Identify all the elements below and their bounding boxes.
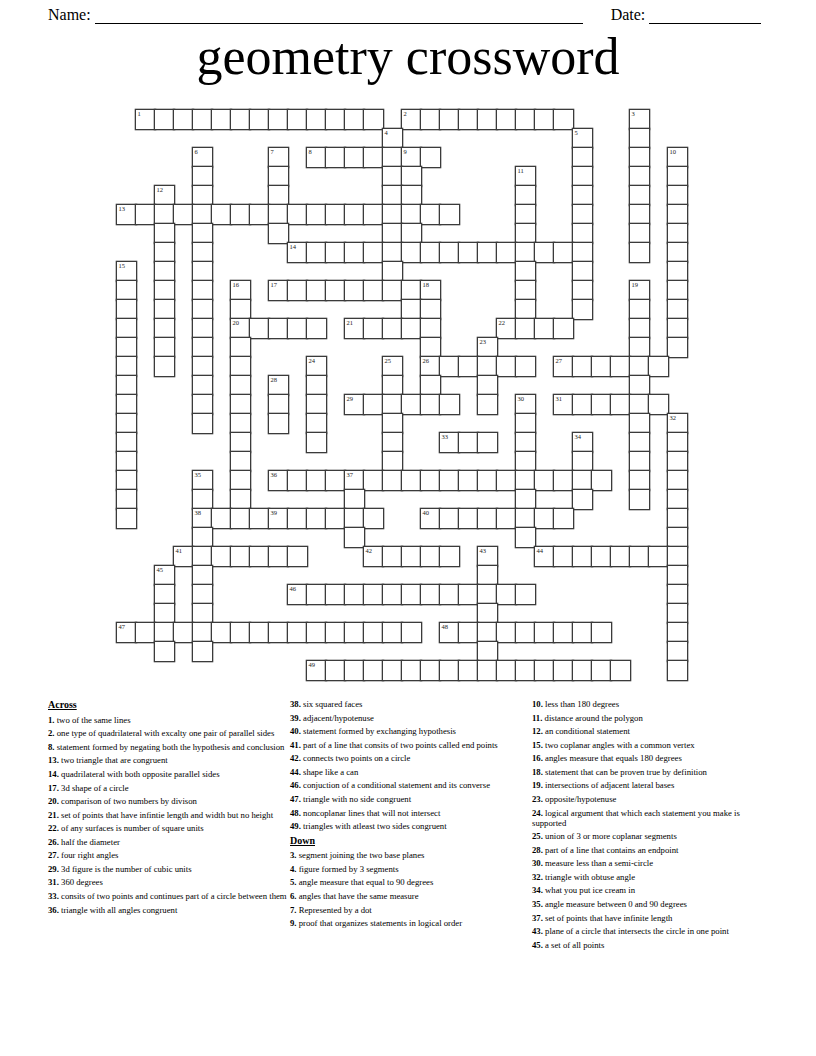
grid-cell[interactable]: [117, 490, 136, 509]
grid-cell[interactable]: 16: [231, 281, 250, 300]
grid-cell[interactable]: [668, 281, 687, 300]
grid-cell[interactable]: [231, 338, 250, 357]
grid-cell[interactable]: [250, 623, 269, 642]
grid-cell[interactable]: [421, 395, 440, 414]
grid-cell[interactable]: 47: [117, 623, 136, 642]
grid-cell[interactable]: [383, 414, 402, 433]
grid-cell[interactable]: [174, 623, 193, 642]
grid-cell[interactable]: [231, 471, 250, 490]
grid-cell[interactable]: [421, 148, 440, 167]
grid-cell[interactable]: 43: [478, 547, 497, 566]
grid-cell[interactable]: [174, 205, 193, 224]
grid-cell[interactable]: [497, 623, 516, 642]
grid-cell[interactable]: [231, 376, 250, 395]
grid-cell[interactable]: [345, 585, 364, 604]
grid-cell[interactable]: 24: [307, 357, 326, 376]
grid-cell[interactable]: [535, 319, 554, 338]
grid-cell[interactable]: [383, 205, 402, 224]
grid-cell[interactable]: [193, 566, 212, 585]
grid-cell[interactable]: [326, 281, 345, 300]
grid-cell[interactable]: [516, 186, 535, 205]
grid-cell[interactable]: [193, 243, 212, 262]
grid-cell[interactable]: [497, 471, 516, 490]
grid-cell[interactable]: [288, 319, 307, 338]
grid-cell[interactable]: [592, 547, 611, 566]
grid-cell[interactable]: [668, 509, 687, 528]
grid-cell[interactable]: [630, 167, 649, 186]
grid-cell[interactable]: [573, 490, 592, 509]
grid-cell[interactable]: [497, 243, 516, 262]
grid-cell[interactable]: 40: [421, 509, 440, 528]
grid-cell[interactable]: [364, 471, 383, 490]
grid-cell[interactable]: [212, 623, 231, 642]
grid-cell[interactable]: [630, 205, 649, 224]
grid-cell[interactable]: [193, 585, 212, 604]
grid-cell[interactable]: [630, 186, 649, 205]
grid-cell[interactable]: [459, 509, 478, 528]
grid-cell[interactable]: [231, 110, 250, 129]
grid-cell[interactable]: [193, 262, 212, 281]
grid-cell[interactable]: 22: [497, 319, 516, 338]
grid-cell[interactable]: [174, 110, 193, 129]
grid-cell[interactable]: [193, 300, 212, 319]
grid-cell[interactable]: [459, 357, 478, 376]
grid-cell[interactable]: [459, 585, 478, 604]
grid-cell[interactable]: [269, 319, 288, 338]
grid-cell[interactable]: [478, 623, 497, 642]
grid-cell[interactable]: 1: [136, 110, 155, 129]
grid-cell[interactable]: [516, 262, 535, 281]
grid-cell[interactable]: 25: [383, 357, 402, 376]
grid-cell[interactable]: [288, 547, 307, 566]
grid-cell[interactable]: 45: [155, 566, 174, 585]
grid-cell[interactable]: [630, 452, 649, 471]
grid-cell[interactable]: [269, 205, 288, 224]
grid-cell[interactable]: [155, 642, 174, 661]
grid-cell[interactable]: [573, 205, 592, 224]
grid-cell[interactable]: [649, 395, 668, 414]
grid-cell[interactable]: [573, 262, 592, 281]
grid-cell[interactable]: [497, 509, 516, 528]
grid-cell[interactable]: [573, 300, 592, 319]
grid-cell[interactable]: 39: [269, 509, 288, 528]
grid-cell[interactable]: [592, 357, 611, 376]
grid-cell[interactable]: [402, 319, 421, 338]
grid-cell[interactable]: [155, 224, 174, 243]
grid-cell[interactable]: [269, 167, 288, 186]
grid-cell[interactable]: [402, 224, 421, 243]
grid-cell[interactable]: [383, 376, 402, 395]
grid-cell[interactable]: [269, 623, 288, 642]
grid-cell[interactable]: [117, 376, 136, 395]
grid-cell[interactable]: 29: [345, 395, 364, 414]
grid-cell[interactable]: [573, 452, 592, 471]
grid-cell[interactable]: [630, 471, 649, 490]
grid-cell[interactable]: [630, 319, 649, 338]
grid-cell[interactable]: [573, 395, 592, 414]
grid-cell[interactable]: [478, 585, 497, 604]
grid-cell[interactable]: [326, 205, 345, 224]
grid-cell[interactable]: [326, 243, 345, 262]
grid-cell[interactable]: [459, 623, 478, 642]
grid-cell[interactable]: [231, 452, 250, 471]
grid-cell[interactable]: [402, 300, 421, 319]
grid-cell[interactable]: [117, 281, 136, 300]
grid-cell[interactable]: 23: [478, 338, 497, 357]
grid-cell[interactable]: [307, 319, 326, 338]
grid-cell[interactable]: [535, 509, 554, 528]
grid-cell[interactable]: [478, 110, 497, 129]
grid-cell[interactable]: 31: [554, 395, 573, 414]
grid-cell[interactable]: [231, 205, 250, 224]
grid-cell[interactable]: [193, 414, 212, 433]
grid-cell[interactable]: [668, 243, 687, 262]
grid-cell[interactable]: [364, 148, 383, 167]
grid-cell[interactable]: [668, 167, 687, 186]
grid-cell[interactable]: [516, 509, 535, 528]
grid-cell[interactable]: [345, 148, 364, 167]
grid-cell[interactable]: [421, 376, 440, 395]
grid-cell[interactable]: [573, 471, 592, 490]
grid-cell[interactable]: [383, 224, 402, 243]
grid-cell[interactable]: [554, 243, 573, 262]
grid-cell[interactable]: [421, 205, 440, 224]
grid-cell[interactable]: [402, 661, 421, 680]
grid-cell[interactable]: [649, 357, 668, 376]
grid-cell[interactable]: [535, 623, 554, 642]
grid-cell[interactable]: [459, 243, 478, 262]
grid-cell[interactable]: [193, 604, 212, 623]
grid-cell[interactable]: [155, 338, 174, 357]
grid-cell[interactable]: [345, 281, 364, 300]
grid-cell[interactable]: [402, 623, 421, 642]
grid-cell[interactable]: [383, 167, 402, 186]
grid-cell[interactable]: 26: [421, 357, 440, 376]
grid-cell[interactable]: [250, 509, 269, 528]
grid-cell[interactable]: [269, 224, 288, 243]
grid-cell[interactable]: [497, 110, 516, 129]
grid-cell[interactable]: [516, 528, 535, 547]
grid-cell[interactable]: [326, 661, 345, 680]
grid-cell[interactable]: [155, 110, 174, 129]
grid-cell[interactable]: [478, 376, 497, 395]
grid-cell[interactable]: [364, 110, 383, 129]
grid-cell[interactable]: [383, 433, 402, 452]
grid-cell[interactable]: [630, 300, 649, 319]
grid-cell[interactable]: 13: [117, 205, 136, 224]
grid-cell[interactable]: [440, 243, 459, 262]
grid-cell[interactable]: [440, 661, 459, 680]
grid-cell[interactable]: 46: [288, 585, 307, 604]
grid-cell[interactable]: [326, 471, 345, 490]
grid-cell[interactable]: [383, 243, 402, 262]
grid-cell[interactable]: [402, 471, 421, 490]
grid-cell[interactable]: [516, 623, 535, 642]
grid-cell[interactable]: [383, 585, 402, 604]
grid-cell[interactable]: [383, 319, 402, 338]
grid-cell[interactable]: 37: [345, 471, 364, 490]
grid-cell[interactable]: [117, 433, 136, 452]
grid-cell[interactable]: [573, 623, 592, 642]
grid-cell[interactable]: [421, 661, 440, 680]
grid-cell[interactable]: [554, 623, 573, 642]
grid-cell[interactable]: [611, 547, 630, 566]
grid-cell[interactable]: [668, 262, 687, 281]
grid-cell[interactable]: [155, 319, 174, 338]
grid-cell[interactable]: [383, 452, 402, 471]
grid-cell[interactable]: [269, 110, 288, 129]
grid-cell[interactable]: [383, 547, 402, 566]
grid-cell[interactable]: [516, 110, 535, 129]
grid-cell[interactable]: 14: [288, 243, 307, 262]
grid-cell[interactable]: 8: [307, 148, 326, 167]
grid-cell[interactable]: [478, 661, 497, 680]
grid-cell[interactable]: [307, 623, 326, 642]
grid-cell[interactable]: [231, 433, 250, 452]
grid-cell[interactable]: 27: [554, 357, 573, 376]
grid-cell[interactable]: 38: [193, 509, 212, 528]
grid-cell[interactable]: [269, 414, 288, 433]
grid-cell[interactable]: [117, 471, 136, 490]
grid-cell[interactable]: [250, 547, 269, 566]
grid-cell[interactable]: 19: [630, 281, 649, 300]
grid-cell[interactable]: [345, 509, 364, 528]
grid-cell[interactable]: [573, 281, 592, 300]
grid-cell[interactable]: 17: [269, 281, 288, 300]
grid-cell[interactable]: [478, 357, 497, 376]
grid-cell[interactable]: [630, 148, 649, 167]
grid-cell[interactable]: [630, 338, 649, 357]
grid-cell[interactable]: [421, 110, 440, 129]
grid-cell[interactable]: [155, 262, 174, 281]
grid-cell[interactable]: [250, 205, 269, 224]
grid-cell[interactable]: 34: [573, 433, 592, 452]
grid-cell[interactable]: [459, 110, 478, 129]
grid-cell[interactable]: [535, 243, 554, 262]
grid-cell[interactable]: [554, 471, 573, 490]
grid-cell[interactable]: [193, 110, 212, 129]
grid-cell[interactable]: [459, 471, 478, 490]
grid-cell[interactable]: [440, 205, 459, 224]
grid-cell[interactable]: [117, 357, 136, 376]
grid-cell[interactable]: [345, 205, 364, 224]
grid-cell[interactable]: [383, 623, 402, 642]
grid-cell[interactable]: [649, 547, 668, 566]
grid-cell[interactable]: [459, 661, 478, 680]
grid-cell[interactable]: 30: [516, 395, 535, 414]
grid-cell[interactable]: 18: [421, 281, 440, 300]
grid-cell[interactable]: [364, 623, 383, 642]
grid-cell[interactable]: [516, 661, 535, 680]
grid-cell[interactable]: [212, 547, 231, 566]
grid-cell[interactable]: [326, 148, 345, 167]
grid-cell[interactable]: 12: [155, 186, 174, 205]
grid-cell[interactable]: [193, 224, 212, 243]
grid-cell[interactable]: [288, 623, 307, 642]
grid-cell[interactable]: [668, 547, 687, 566]
grid-cell[interactable]: [516, 490, 535, 509]
grid-cell[interactable]: [307, 414, 326, 433]
grid-cell[interactable]: [231, 395, 250, 414]
grid-cell[interactable]: [307, 205, 326, 224]
grid-cell[interactable]: 6: [193, 148, 212, 167]
grid-cell[interactable]: [421, 243, 440, 262]
grid-cell[interactable]: [117, 338, 136, 357]
grid-cell[interactable]: [402, 167, 421, 186]
grid-cell[interactable]: [193, 357, 212, 376]
grid-cell[interactable]: [364, 319, 383, 338]
name-field-line[interactable]: [95, 7, 583, 24]
grid-cell[interactable]: [668, 224, 687, 243]
grid-cell[interactable]: [573, 243, 592, 262]
grid-cell[interactable]: [516, 205, 535, 224]
grid-cell[interactable]: 4: [383, 129, 402, 148]
grid-cell[interactable]: [535, 110, 554, 129]
grid-cell[interactable]: [402, 243, 421, 262]
grid-cell[interactable]: [364, 243, 383, 262]
grid-cell[interactable]: [668, 623, 687, 642]
grid-cell[interactable]: [117, 509, 136, 528]
grid-cell[interactable]: [478, 604, 497, 623]
grid-cell[interactable]: [307, 376, 326, 395]
grid-cell[interactable]: [383, 262, 402, 281]
grid-cell[interactable]: [383, 471, 402, 490]
grid-cell[interactable]: [231, 623, 250, 642]
grid-cell[interactable]: [402, 186, 421, 205]
grid-cell[interactable]: [307, 585, 326, 604]
grid-cell[interactable]: 49: [307, 661, 326, 680]
grid-cell[interactable]: [630, 376, 649, 395]
grid-cell[interactable]: [345, 110, 364, 129]
grid-cell[interactable]: [554, 319, 573, 338]
grid-cell[interactable]: [402, 585, 421, 604]
grid-cell[interactable]: [117, 300, 136, 319]
grid-cell[interactable]: [573, 148, 592, 167]
grid-cell[interactable]: [193, 338, 212, 357]
grid-cell[interactable]: [307, 243, 326, 262]
grid-cell[interactable]: [155, 357, 174, 376]
grid-cell[interactable]: [155, 604, 174, 623]
grid-cell[interactable]: [383, 148, 402, 167]
grid-cell[interactable]: [630, 357, 649, 376]
grid-cell[interactable]: [573, 167, 592, 186]
grid-cell[interactable]: [592, 395, 611, 414]
grid-cell[interactable]: [668, 604, 687, 623]
grid-cell[interactable]: [516, 414, 535, 433]
grid-cell[interactable]: [117, 319, 136, 338]
grid-cell[interactable]: [573, 547, 592, 566]
grid-cell[interactable]: [212, 110, 231, 129]
grid-cell[interactable]: 48: [440, 623, 459, 642]
grid-cell[interactable]: [193, 205, 212, 224]
grid-cell[interactable]: [155, 623, 174, 642]
grid-cell[interactable]: [345, 623, 364, 642]
grid-cell[interactable]: [668, 452, 687, 471]
grid-cell[interactable]: [630, 243, 649, 262]
grid-cell[interactable]: [668, 471, 687, 490]
grid-cell[interactable]: [383, 395, 402, 414]
grid-cell[interactable]: [364, 395, 383, 414]
grid-cell[interactable]: [155, 243, 174, 262]
grid-cell[interactable]: [554, 110, 573, 129]
grid-cell[interactable]: 15: [117, 262, 136, 281]
grid-cell[interactable]: [288, 110, 307, 129]
grid-cell[interactable]: [193, 490, 212, 509]
grid-cell[interactable]: [212, 205, 231, 224]
grid-cell[interactable]: [307, 433, 326, 452]
grid-cell[interactable]: [573, 357, 592, 376]
grid-cell[interactable]: [326, 110, 345, 129]
grid-cell[interactable]: [611, 661, 630, 680]
grid-cell[interactable]: [288, 509, 307, 528]
grid-cell[interactable]: [440, 547, 459, 566]
grid-cell[interactable]: [668, 433, 687, 452]
grid-cell[interactable]: [478, 433, 497, 452]
grid-cell[interactable]: [592, 623, 611, 642]
grid-cell[interactable]: [516, 300, 535, 319]
grid-cell[interactable]: [630, 433, 649, 452]
grid-cell[interactable]: [421, 471, 440, 490]
grid-cell[interactable]: [668, 661, 687, 680]
grid-cell[interactable]: [440, 357, 459, 376]
grid-cell[interactable]: [440, 509, 459, 528]
grid-cell[interactable]: [611, 357, 630, 376]
grid-cell[interactable]: [250, 319, 269, 338]
grid-cell[interactable]: [497, 661, 516, 680]
grid-cell[interactable]: [478, 243, 497, 262]
grid-cell[interactable]: 36: [269, 471, 288, 490]
grid-cell[interactable]: [478, 566, 497, 585]
grid-cell[interactable]: [193, 395, 212, 414]
date-field-line[interactable]: [649, 7, 761, 24]
grid-cell[interactable]: [516, 471, 535, 490]
grid-cell[interactable]: [326, 585, 345, 604]
grid-cell[interactable]: [554, 509, 573, 528]
grid-cell[interactable]: [630, 129, 649, 148]
grid-cell[interactable]: [478, 642, 497, 661]
grid-cell[interactable]: [288, 281, 307, 300]
grid-cell[interactable]: 32: [668, 414, 687, 433]
grid-cell[interactable]: 42: [364, 547, 383, 566]
grid-cell[interactable]: [516, 224, 535, 243]
grid-cell[interactable]: [402, 395, 421, 414]
grid-cell[interactable]: [364, 281, 383, 300]
grid-cell[interactable]: [440, 585, 459, 604]
grid-cell[interactable]: [668, 186, 687, 205]
grid-cell[interactable]: [516, 243, 535, 262]
grid-cell[interactable]: [440, 395, 459, 414]
grid-cell[interactable]: 35: [193, 471, 212, 490]
grid-cell[interactable]: [516, 585, 535, 604]
grid-cell[interactable]: [668, 566, 687, 585]
grid-cell[interactable]: [288, 471, 307, 490]
grid-cell[interactable]: [364, 509, 383, 528]
grid-cell[interactable]: [421, 547, 440, 566]
grid-cell[interactable]: [478, 509, 497, 528]
grid-cell[interactable]: [155, 281, 174, 300]
grid-cell[interactable]: [592, 471, 611, 490]
grid-cell[interactable]: [668, 300, 687, 319]
grid-cell[interactable]: [155, 300, 174, 319]
grid-cell[interactable]: 7: [269, 148, 288, 167]
grid-cell[interactable]: [136, 623, 155, 642]
grid-cell[interactable]: [269, 547, 288, 566]
grid-cell[interactable]: [193, 319, 212, 338]
grid-cell[interactable]: [307, 395, 326, 414]
grid-cell[interactable]: [269, 186, 288, 205]
grid-cell[interactable]: [630, 547, 649, 566]
grid-cell[interactable]: [478, 471, 497, 490]
